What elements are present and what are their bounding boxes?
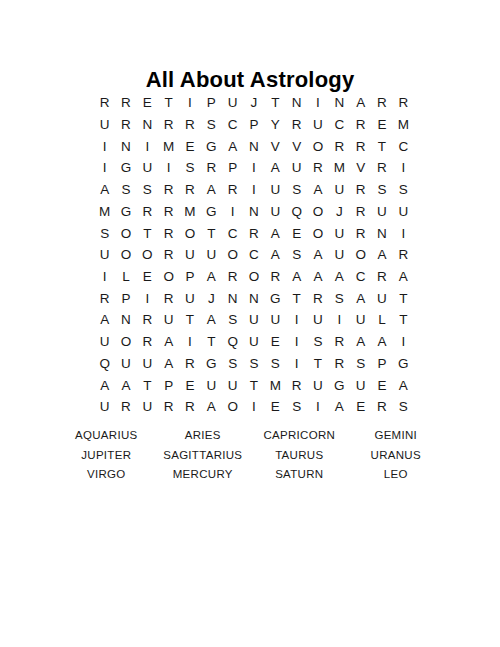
grid-cell-r1c8[interactable]: J <box>243 92 264 114</box>
grid-cell-r11c13[interactable]: U <box>350 309 371 331</box>
grid-cell-r9c1[interactable]: I <box>94 266 115 288</box>
grid-cell-r12c12[interactable]: R <box>329 331 350 353</box>
grid-cell-r13c10[interactable]: I <box>286 353 307 375</box>
grid-cell-r8c12[interactable]: U <box>329 244 350 266</box>
grid-cell-r15c2[interactable]: R <box>115 396 136 418</box>
grid-cell-r13c7[interactable]: S <box>222 353 243 375</box>
grid-cell-r6c12[interactable]: J <box>329 201 350 223</box>
grid-cell-r2c1[interactable]: U <box>94 114 115 136</box>
grid-cell-r15c3[interactable]: U <box>137 396 158 418</box>
grid-cell-r13c13[interactable]: S <box>350 353 371 375</box>
grid-cell-r2c12[interactable]: C <box>329 114 350 136</box>
grid-cell-r8c6[interactable]: U <box>201 244 222 266</box>
grid-cell-r14c10[interactable]: R <box>286 375 307 397</box>
grid-cell-r7c9[interactable]: A <box>265 222 286 244</box>
grid-cell-r6c9[interactable]: U <box>265 201 286 223</box>
grid-cell-r11c3[interactable]: R <box>137 309 158 331</box>
grid-cell-r11c8[interactable]: U <box>243 309 264 331</box>
grid-cell-r14c5[interactable]: E <box>179 375 200 397</box>
grid-cell-r12c13[interactable]: A <box>350 331 371 353</box>
grid-cell-r2c3[interactable]: N <box>137 114 158 136</box>
grid-cell-r7c1[interactable]: S <box>94 222 115 244</box>
word-capricorn: CAPRICORN <box>251 430 348 442</box>
grid-cell-r11c6[interactable]: A <box>201 309 222 331</box>
grid-cell-r1c7[interactable]: U <box>222 92 243 114</box>
grid-cell-r15c10[interactable]: S <box>286 396 307 418</box>
grid-cell-r11c7[interactable]: S <box>222 309 243 331</box>
word-mercury: MERCURY <box>155 469 252 481</box>
grid-cell-r14c2[interactable]: A <box>115 375 136 397</box>
word-uranus: URANUS <box>348 450 445 462</box>
grid-cell-r7c11[interactable]: O <box>307 222 328 244</box>
grid-cell-r14c11[interactable]: U <box>307 375 328 397</box>
grid-cell-r15c14[interactable]: R <box>371 396 392 418</box>
grid-cell-r3c11[interactable]: O <box>307 135 328 157</box>
puzzle-page: All About Astrology RRETIPUJTNINARRURNRR… <box>0 0 500 647</box>
grid-cell-r5c12[interactable]: U <box>329 179 350 201</box>
grid-cell-r12c8[interactable]: U <box>243 331 264 353</box>
grid-cell-r3c6[interactable]: G <box>201 135 222 157</box>
grid-cell-r3c10[interactable]: V <box>286 135 307 157</box>
grid-cell-r2c14[interactable]: E <box>371 114 392 136</box>
word-aries: ARIES <box>155 430 252 442</box>
grid-cell-r8c8[interactable]: C <box>243 244 264 266</box>
grid-cell-r6c13[interactable]: R <box>350 201 371 223</box>
grid-cell-r6c15[interactable]: U <box>393 201 414 223</box>
grid-cell-r4c3[interactable]: U <box>137 157 158 179</box>
grid-cell-r7c2[interactable]: O <box>115 222 136 244</box>
grid-cell-r1c6[interactable]: P <box>201 92 222 114</box>
grid-cell-r14c13[interactable]: U <box>350 375 371 397</box>
grid-cell-r4c7[interactable]: P <box>222 157 243 179</box>
grid-cell-r14c4[interactable]: P <box>158 375 179 397</box>
grid-cell-r6c3[interactable]: R <box>137 201 158 223</box>
grid-cell-r15c7[interactable]: O <box>222 396 243 418</box>
grid-cell-r4c1[interactable]: I <box>94 157 115 179</box>
grid-cell-r15c11[interactable]: I <box>307 396 328 418</box>
grid-cell-r2c6[interactable]: S <box>201 114 222 136</box>
grid-cell-r7c12[interactable]: U <box>329 222 350 244</box>
grid-cell-r7c15[interactable]: I <box>393 222 414 244</box>
grid-cell-r5c4[interactable]: R <box>158 179 179 201</box>
grid-cell-r12c4[interactable]: A <box>158 331 179 353</box>
grid-cell-r1c13[interactable]: A <box>350 92 371 114</box>
grid-cell-r9c3[interactable]: E <box>137 266 158 288</box>
grid-cell-r10c4[interactable]: R <box>158 288 179 310</box>
grid-cell-r4c15[interactable]: I <box>393 157 414 179</box>
grid-cell-r3c15[interactable]: C <box>393 135 414 157</box>
grid-cell-r11c2[interactable]: N <box>115 309 136 331</box>
grid-cell-r2c2[interactable]: R <box>115 114 136 136</box>
grid-cell-r5c3[interactable]: S <box>137 179 158 201</box>
grid-cell-r11c12[interactable]: I <box>329 309 350 331</box>
grid-cell-r5c5[interactable]: R <box>179 179 200 201</box>
grid-cell-r9c6[interactable]: A <box>201 266 222 288</box>
word-virgo: VIRGO <box>58 469 155 481</box>
grid-cell-r8c15[interactable]: R <box>393 244 414 266</box>
grid-cell-r2c9[interactable]: Y <box>265 114 286 136</box>
grid-cell-r10c14[interactable]: U <box>371 288 392 310</box>
grid-cell-r5c9[interactable]: U <box>265 179 286 201</box>
grid-cell-r4c9[interactable]: A <box>265 157 286 179</box>
grid-cell-r14c15[interactable]: A <box>393 375 414 397</box>
grid-cell-r9c4[interactable]: O <box>158 266 179 288</box>
grid-cell-r7c8[interactable]: R <box>243 222 264 244</box>
grid-cell-r13c9[interactable]: S <box>265 353 286 375</box>
grid-cell-r4c2[interactable]: G <box>115 157 136 179</box>
grid-cell-r7c4[interactable]: R <box>158 222 179 244</box>
grid-cell-r10c7[interactable]: N <box>222 288 243 310</box>
grid-cell-r14c12[interactable]: G <box>329 375 350 397</box>
grid-cell-r3c14[interactable]: T <box>371 135 392 157</box>
grid-cell-r7c6[interactable]: T <box>201 222 222 244</box>
grid-cell-r5c6[interactable]: A <box>201 179 222 201</box>
grid-cell-r10c5[interactable]: U <box>179 288 200 310</box>
grid-cell-r5c8[interactable]: I <box>243 179 264 201</box>
grid-cell-r12c14[interactable]: A <box>371 331 392 353</box>
grid-cell-r3c12[interactable]: R <box>329 135 350 157</box>
grid-cell-r12c15[interactable]: I <box>393 331 414 353</box>
grid-cell-r8c14[interactable]: A <box>371 244 392 266</box>
grid-cell-r14c1[interactable]: A <box>94 375 115 397</box>
grid-cell-r7c10[interactable]: E <box>286 222 307 244</box>
grid-cell-r7c14[interactable]: N <box>371 222 392 244</box>
grid-cell-r5c15[interactable]: S <box>393 179 414 201</box>
grid-cell-r10c2[interactable]: P <box>115 288 136 310</box>
grid-cell-r10c8[interactable]: N <box>243 288 264 310</box>
grid-cell-r1c10[interactable]: N <box>286 92 307 114</box>
grid-cell-r2c4[interactable]: R <box>158 114 179 136</box>
grid-cell-r1c4[interactable]: T <box>158 92 179 114</box>
grid-cell-r3c7[interactable]: A <box>222 135 243 157</box>
grid-cell-r9c5[interactable]: P <box>179 266 200 288</box>
grid-cell-r13c15[interactable]: G <box>393 353 414 375</box>
grid-cell-r8c9[interactable]: A <box>265 244 286 266</box>
grid-cell-r10c3[interactable]: I <box>137 288 158 310</box>
grid-cell-r6c4[interactable]: R <box>158 201 179 223</box>
grid-cell-r11c14[interactable]: L <box>371 309 392 331</box>
grid-cell-r12c2[interactable]: O <box>115 331 136 353</box>
grid-cell-r9c11[interactable]: A <box>307 266 328 288</box>
grid-cell-r15c8[interactable]: I <box>243 396 264 418</box>
grid-cell-r14c14[interactable]: E <box>371 375 392 397</box>
grid-cell-r15c15[interactable]: S <box>393 396 414 418</box>
grid-cell-r1c5[interactable]: I <box>179 92 200 114</box>
grid-cell-r2c13[interactable]: R <box>350 114 371 136</box>
grid-cell-r7c5[interactable]: O <box>179 222 200 244</box>
grid-cell-r13c3[interactable]: U <box>137 353 158 375</box>
grid-cell-r13c4[interactable]: A <box>158 353 179 375</box>
grid-cell-r5c14[interactable]: S <box>371 179 392 201</box>
grid-cell-r3c1[interactable]: I <box>94 135 115 157</box>
grid-cell-r5c2[interactable]: S <box>115 179 136 201</box>
grid-cell-r3c2[interactable]: N <box>115 135 136 157</box>
grid-cell-r6c10[interactable]: Q <box>286 201 307 223</box>
grid-cell-r6c14[interactable]: U <box>371 201 392 223</box>
grid-cell-r5c13[interactable]: R <box>350 179 371 201</box>
grid-cell-r9c8[interactable]: O <box>243 266 264 288</box>
grid-cell-r15c1[interactable]: U <box>94 396 115 418</box>
grid-cell-r8c10[interactable]: S <box>286 244 307 266</box>
grid-cell-r8c11[interactable]: A <box>307 244 328 266</box>
grid-cell-r10c6[interactable]: J <box>201 288 222 310</box>
grid-cell-r14c3[interactable]: T <box>137 375 158 397</box>
grid-cell-r12c3[interactable]: R <box>137 331 158 353</box>
grid-cell-r12c9[interactable]: E <box>265 331 286 353</box>
grid-cell-r6c1[interactable]: M <box>94 201 115 223</box>
grid-cell-r15c13[interactable]: E <box>350 396 371 418</box>
grid-cell-r11c11[interactable]: U <box>307 309 328 331</box>
grid-cell-r6c11[interactable]: O <box>307 201 328 223</box>
grid-cell-r11c4[interactable]: U <box>158 309 179 331</box>
grid-cell-r2c7[interactable]: C <box>222 114 243 136</box>
grid-cell-r12c1[interactable]: U <box>94 331 115 353</box>
word-search-grid: RRETIPUJTNINARRURNRRSCPYRUCREMINIMEGANVV… <box>94 92 414 418</box>
grid-cell-r12c5[interactable]: I <box>179 331 200 353</box>
grid-cell-r8c13[interactable]: O <box>350 244 371 266</box>
grid-cell-r8c4[interactable]: R <box>158 244 179 266</box>
grid-cell-r15c9[interactable]: E <box>265 396 286 418</box>
grid-cell-r4c11[interactable]: R <box>307 157 328 179</box>
grid-cell-r7c13[interactable]: R <box>350 222 371 244</box>
grid-cell-r5c7[interactable]: R <box>222 179 243 201</box>
grid-cell-r6c6[interactable]: G <box>201 201 222 223</box>
grid-cell-r2c8[interactable]: P <box>243 114 264 136</box>
grid-cell-r1c15[interactable]: R <box>393 92 414 114</box>
grid-cell-r3c5[interactable]: E <box>179 135 200 157</box>
grid-cell-r3c13[interactable]: R <box>350 135 371 157</box>
grid-cell-r14c6[interactable]: U <box>201 375 222 397</box>
grid-cell-r9c9[interactable]: R <box>265 266 286 288</box>
grid-cell-r1c2[interactable]: R <box>115 92 136 114</box>
grid-cell-r4c14[interactable]: R <box>371 157 392 179</box>
grid-cell-r13c1[interactable]: Q <box>94 353 115 375</box>
grid-cell-r4c4[interactable]: I <box>158 157 179 179</box>
grid-cell-r9c13[interactable]: C <box>350 266 371 288</box>
grid-cell-r13c14[interactable]: P <box>371 353 392 375</box>
grid-cell-r2c15[interactable]: M <box>393 114 414 136</box>
grid-cell-r4c5[interactable]: S <box>179 157 200 179</box>
grid-cell-r14c7[interactable]: U <box>222 375 243 397</box>
grid-cell-r11c1[interactable]: A <box>94 309 115 331</box>
word-gemini: GEMINI <box>348 430 445 442</box>
grid-cell-r12c6[interactable]: T <box>201 331 222 353</box>
grid-cell-r2c5[interactable]: R <box>179 114 200 136</box>
grid-cell-r6c5[interactable]: M <box>179 201 200 223</box>
grid-cell-r1c3[interactable]: E <box>137 92 158 114</box>
grid-cell-r9c7[interactable]: R <box>222 266 243 288</box>
grid-cell-r6c7[interactable]: I <box>222 201 243 223</box>
grid-cell-r11c9[interactable]: U <box>265 309 286 331</box>
grid-cell-r1c1[interactable]: R <box>94 92 115 114</box>
grid-cell-r5c11[interactable]: A <box>307 179 328 201</box>
grid-cell-r1c14[interactable]: R <box>371 92 392 114</box>
grid-cell-r8c7[interactable]: O <box>222 244 243 266</box>
word-jupiter: JUPITER <box>58 450 155 462</box>
grid-cell-r14c9[interactable]: M <box>265 375 286 397</box>
grid-cell-r8c2[interactable]: O <box>115 244 136 266</box>
grid-cell-r15c6[interactable]: A <box>201 396 222 418</box>
grid-cell-r2c11[interactable]: U <box>307 114 328 136</box>
grid-cell-r10c1[interactable]: R <box>94 288 115 310</box>
grid-cell-r9c2[interactable]: L <box>115 266 136 288</box>
grid-cell-r9c14[interactable]: R <box>371 266 392 288</box>
grid-cell-r10c15[interactable]: T <box>393 288 414 310</box>
word-leo: LEO <box>348 469 445 481</box>
grid-cell-r10c10[interactable]: T <box>286 288 307 310</box>
word-saturn: SATURN <box>251 469 348 481</box>
grid-cell-r4c13[interactable]: V <box>350 157 371 179</box>
puzzle-title: All About Astrology <box>0 67 500 93</box>
grid-cell-r7c7[interactable]: C <box>222 222 243 244</box>
grid-cell-r13c2[interactable]: U <box>115 353 136 375</box>
grid-cell-r13c5[interactable]: R <box>179 353 200 375</box>
grid-cell-r3c3[interactable]: I <box>137 135 158 157</box>
grid-cell-r13c11[interactable]: T <box>307 353 328 375</box>
word-aquarius: AQUARIUS <box>58 430 155 442</box>
grid-cell-r10c9[interactable]: G <box>265 288 286 310</box>
grid-cell-r12c11[interactable]: S <box>307 331 328 353</box>
grid-cell-r8c5[interactable]: U <box>179 244 200 266</box>
grid-cell-r7c3[interactable]: T <box>137 222 158 244</box>
grid-cell-r5c10[interactable]: S <box>286 179 307 201</box>
grid-cell-r9c10[interactable]: A <box>286 266 307 288</box>
grid-cell-r14c8[interactable]: T <box>243 375 264 397</box>
word-sagittarius: SAGITTARIUS <box>155 450 252 462</box>
grid-cell-r8c1[interactable]: U <box>94 244 115 266</box>
grid-cell-r13c8[interactable]: S <box>243 353 264 375</box>
grid-cell-r3c4[interactable]: M <box>158 135 179 157</box>
grid-cell-r10c11[interactable]: R <box>307 288 328 310</box>
grid-cell-r1c11[interactable]: I <box>307 92 328 114</box>
grid-cell-r15c12[interactable]: A <box>329 396 350 418</box>
grid-cell-r13c6[interactable]: G <box>201 353 222 375</box>
grid-cell-r11c15[interactable]: T <box>393 309 414 331</box>
grid-cell-r4c6[interactable]: R <box>201 157 222 179</box>
grid-cell-r1c12[interactable]: N <box>329 92 350 114</box>
grid-cell-r6c2[interactable]: G <box>115 201 136 223</box>
grid-cell-r1c9[interactable]: T <box>265 92 286 114</box>
grid-cell-r3c8[interactable]: N <box>243 135 264 157</box>
grid-cell-r3c9[interactable]: V <box>265 135 286 157</box>
grid-cell-r4c12[interactable]: M <box>329 157 350 179</box>
grid-cell-r9c15[interactable]: A <box>393 266 414 288</box>
grid-cell-r11c10[interactable]: I <box>286 309 307 331</box>
grid-cell-r12c7[interactable]: Q <box>222 331 243 353</box>
grid-cell-r4c10[interactable]: U <box>286 157 307 179</box>
grid-cell-r13c12[interactable]: R <box>329 353 350 375</box>
word-taurus: TAURUS <box>251 450 348 462</box>
grid-cell-r6c8[interactable]: N <box>243 201 264 223</box>
grid-cell-r12c10[interactable]: I <box>286 331 307 353</box>
grid-cell-r4c8[interactable]: I <box>243 157 264 179</box>
grid-cell-r5c1[interactable]: A <box>94 179 115 201</box>
grid-cell-r9c12[interactable]: A <box>329 266 350 288</box>
grid-cell-r8c3[interactable]: O <box>137 244 158 266</box>
grid-cell-r10c13[interactable]: A <box>350 288 371 310</box>
word-list: AQUARIUSARIESCAPRICORNGEMINIJUPITERSAGIT… <box>58 430 444 481</box>
grid-cell-r11c5[interactable]: T <box>179 309 200 331</box>
grid-cell-r10c12[interactable]: S <box>329 288 350 310</box>
grid-cell-r15c5[interactable]: R <box>179 396 200 418</box>
grid-cell-r2c10[interactable]: R <box>286 114 307 136</box>
grid-cell-r15c4[interactable]: R <box>158 396 179 418</box>
